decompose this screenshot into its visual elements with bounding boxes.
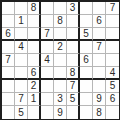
cell-r3c1-given[interactable]: 6 <box>2 28 15 41</box>
sudoku-board: 837186675427746684275713596598 <box>0 0 120 120</box>
cell-r3c5-empty[interactable] <box>54 28 67 41</box>
cell-r2c8-given[interactable]: 6 <box>93 15 106 28</box>
cell-r7c7-empty[interactable] <box>80 80 93 93</box>
cell-r1c1-empty[interactable] <box>2 2 15 15</box>
cell-r2c1-empty[interactable] <box>2 15 15 28</box>
cell-r4c4-empty[interactable] <box>41 41 54 54</box>
cell-r6c3-given[interactable]: 6 <box>28 67 41 80</box>
cell-r3c4-given[interactable]: 7 <box>41 28 54 41</box>
cell-r7c6-given[interactable]: 7 <box>67 80 80 93</box>
cell-r6c1-empty[interactable] <box>2 67 15 80</box>
cell-r3c6-empty[interactable] <box>67 28 80 41</box>
cell-r2c2-given[interactable]: 1 <box>15 15 28 28</box>
cell-r9c3-empty[interactable] <box>28 106 41 119</box>
cell-r4c1-empty[interactable] <box>2 41 15 54</box>
cell-r5c8-empty[interactable] <box>93 54 106 67</box>
cell-r5c9-empty[interactable] <box>106 54 119 67</box>
cell-r2c6-empty[interactable] <box>67 15 80 28</box>
cell-r1c9-given[interactable]: 7 <box>106 2 119 15</box>
cell-r6c2-empty[interactable] <box>15 67 28 80</box>
cell-r9c6-empty[interactable] <box>67 106 80 119</box>
cell-r7c2-empty[interactable] <box>15 80 28 93</box>
cell-r2c3-empty[interactable] <box>28 15 41 28</box>
cell-r5c7-given[interactable]: 6 <box>80 54 93 67</box>
cell-r3c3-empty[interactable] <box>28 28 41 41</box>
cell-r1c4-empty[interactable] <box>41 2 54 15</box>
cell-r8c8-given[interactable]: 9 <box>93 93 106 106</box>
cell-r1c2-empty[interactable] <box>15 2 28 15</box>
cell-r5c5-empty[interactable] <box>54 54 67 67</box>
cell-r6c7-empty[interactable] <box>80 67 93 80</box>
cell-r4c8-given[interactable]: 7 <box>93 41 106 54</box>
cell-r6c8-empty[interactable] <box>93 67 106 80</box>
cell-r8c3-given[interactable]: 1 <box>28 93 41 106</box>
cell-r7c8-empty[interactable] <box>93 80 106 93</box>
cell-r9c9-empty[interactable] <box>106 106 119 119</box>
cell-r1c5-empty[interactable] <box>54 2 67 15</box>
cell-r4c6-empty[interactable] <box>67 41 80 54</box>
cell-r9c5-given[interactable]: 9 <box>54 106 67 119</box>
cell-r2c9-empty[interactable] <box>106 15 119 28</box>
cell-r4c9-empty[interactable] <box>106 41 119 54</box>
cell-r6c4-empty[interactable] <box>41 67 54 80</box>
cell-r7c5-empty[interactable] <box>54 80 67 93</box>
cell-r3c2-empty[interactable] <box>15 28 28 41</box>
cell-r8c5-given[interactable]: 3 <box>54 93 67 106</box>
cell-r2c4-empty[interactable] <box>41 15 54 28</box>
cell-r7c4-empty[interactable] <box>41 80 54 93</box>
cell-r8c2-given[interactable]: 7 <box>15 93 28 106</box>
cell-r7c9-given[interactable]: 5 <box>106 80 119 93</box>
cell-r1c6-given[interactable]: 3 <box>67 2 80 15</box>
cell-r5c1-given[interactable]: 7 <box>2 54 15 67</box>
cell-r3c8-empty[interactable] <box>93 28 106 41</box>
cell-r4c3-empty[interactable] <box>28 41 41 54</box>
cell-r6c9-given[interactable]: 4 <box>106 67 119 80</box>
cell-r5c6-empty[interactable] <box>67 54 80 67</box>
cell-r1c7-empty[interactable] <box>80 2 93 15</box>
cell-r7c3-given[interactable]: 2 <box>28 80 41 93</box>
cell-r9c2-given[interactable]: 5 <box>15 106 28 119</box>
cell-r9c8-given[interactable]: 8 <box>93 106 106 119</box>
cell-r1c3-given[interactable]: 8 <box>28 2 41 15</box>
cell-r9c4-empty[interactable] <box>41 106 54 119</box>
cell-r8c6-given[interactable]: 5 <box>67 93 80 106</box>
sudoku-page: 837186675427746684275713596598 <box>0 0 120 120</box>
cell-r5c2-empty[interactable] <box>15 54 28 67</box>
cell-r1c8-empty[interactable] <box>93 2 106 15</box>
cell-r6c6-given[interactable]: 8 <box>67 67 80 80</box>
cell-r4c2-given[interactable]: 4 <box>15 41 28 54</box>
cell-r5c3-empty[interactable] <box>28 54 41 67</box>
cell-r2c5-given[interactable]: 8 <box>54 15 67 28</box>
cell-r4c5-given[interactable]: 2 <box>54 41 67 54</box>
cell-r6c5-empty[interactable] <box>54 67 67 80</box>
cell-r3c9-empty[interactable] <box>106 28 119 41</box>
cell-r5c4-given[interactable]: 4 <box>41 54 54 67</box>
cell-r4c7-empty[interactable] <box>80 41 93 54</box>
cell-r8c9-given[interactable]: 6 <box>106 93 119 106</box>
cell-r9c7-empty[interactable] <box>80 106 93 119</box>
cell-r2c7-empty[interactable] <box>80 15 93 28</box>
cell-r7c1-empty[interactable] <box>2 80 15 93</box>
cell-r8c7-empty[interactable] <box>80 93 93 106</box>
cell-r8c4-empty[interactable] <box>41 93 54 106</box>
cell-r9c1-empty[interactable] <box>2 106 15 119</box>
cell-r3c7-given[interactable]: 5 <box>80 28 93 41</box>
cell-r8c1-empty[interactable] <box>2 93 15 106</box>
